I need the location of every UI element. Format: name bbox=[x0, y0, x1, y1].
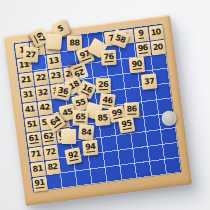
tile-number: 9 bbox=[138, 29, 144, 39]
loose-tile-27[interactable]: 27 bbox=[23, 47, 39, 63]
tile-number: 5 bbox=[57, 24, 65, 33]
tile-number: 55 bbox=[74, 98, 86, 108]
tile-51[interactable]: 51 bbox=[24, 116, 40, 132]
tile-number: 10 bbox=[150, 28, 161, 37]
tile-number: 37 bbox=[144, 77, 155, 86]
tile-number: 42 bbox=[39, 103, 50, 112]
tile-number: 96 bbox=[137, 44, 148, 55]
tile-number: 95 bbox=[121, 119, 133, 130]
tile-number: 94 bbox=[85, 143, 96, 153]
tile-number: 27 bbox=[26, 51, 36, 59]
tile-10[interactable]: 10 bbox=[148, 24, 164, 40]
tile-number: 21 bbox=[20, 75, 31, 84]
tile-number: 13 bbox=[48, 56, 59, 65]
tile-number: 76 bbox=[103, 53, 113, 63]
tile-number: 32 bbox=[37, 88, 48, 97]
tile-42[interactable]: 42 bbox=[37, 100, 53, 116]
loose-tile-facedown-2[interactable] bbox=[46, 34, 62, 50]
tile-number: 51 bbox=[26, 120, 37, 129]
loose-tile-36[interactable]: 36 bbox=[54, 83, 71, 100]
tile-number: 61 bbox=[28, 134, 39, 145]
tile-81[interactable]: 81 bbox=[30, 161, 46, 177]
tile-number: 86 bbox=[127, 105, 137, 115]
loose-tile-90[interactable]: 90 bbox=[129, 57, 145, 73]
tile-91[interactable]: 91 bbox=[32, 176, 48, 192]
tile-31[interactable]: 31 bbox=[20, 87, 36, 103]
loose-tile-26[interactable]: 26 bbox=[96, 78, 111, 93]
tile-number: 67 bbox=[33, 31, 46, 44]
tile-21[interactable]: 21 bbox=[18, 72, 34, 88]
tile-number: 64 bbox=[49, 115, 63, 129]
tile-number: 91 bbox=[34, 178, 45, 189]
tile-number: 58 bbox=[114, 33, 126, 44]
tile-number: 71 bbox=[30, 149, 41, 158]
tile-23[interactable]: 23 bbox=[48, 68, 64, 84]
tile-number: 90 bbox=[131, 60, 142, 70]
puzzle-board: 1237891011139620212223243132334142515253… bbox=[4, 15, 193, 206]
loose-tile-95[interactable]: 95 bbox=[118, 116, 135, 133]
loose-tile-37[interactable]: 37 bbox=[141, 73, 158, 90]
tile-71[interactable]: 71 bbox=[28, 146, 44, 162]
tile-number: 31 bbox=[22, 90, 33, 99]
tile-number: 85 bbox=[97, 114, 108, 123]
tile-96[interactable]: 96 bbox=[135, 41, 151, 57]
tile-number: 23 bbox=[50, 71, 61, 80]
tile-number: 41 bbox=[24, 105, 35, 114]
tile-number: 26 bbox=[98, 81, 108, 91]
tile-82[interactable]: 82 bbox=[45, 159, 61, 175]
wooden-frame: 1237891011139620212223243132334142515253… bbox=[4, 15, 193, 206]
tile-number: 84 bbox=[81, 128, 92, 137]
loose-tile-76[interactable]: 76 bbox=[101, 50, 117, 66]
tile-number: 45 bbox=[62, 107, 74, 117]
tile-13[interactable]: 13 bbox=[46, 53, 62, 69]
tile-20[interactable]: 20 bbox=[150, 39, 166, 55]
tile-61[interactable]: 61 bbox=[26, 131, 42, 147]
tile-number: 36 bbox=[57, 86, 69, 97]
tile-number: 65 bbox=[75, 113, 85, 123]
tile-number: 72 bbox=[45, 147, 56, 156]
tile-number: 22 bbox=[35, 73, 46, 82]
tile-number: 82 bbox=[47, 162, 58, 171]
cell-r10c10-empty bbox=[165, 158, 182, 175]
tile-number: 46 bbox=[102, 96, 113, 107]
loose-tile-84[interactable]: 84 bbox=[78, 124, 94, 140]
loose-tile-facedown-27[interactable] bbox=[61, 129, 76, 144]
tile-72[interactable]: 72 bbox=[43, 144, 59, 160]
tile-9[interactable]: 9 bbox=[133, 26, 149, 42]
loose-tile-92[interactable]: 92 bbox=[64, 147, 82, 165]
tile-41[interactable]: 41 bbox=[22, 102, 38, 118]
tile-number: 62 bbox=[43, 132, 54, 143]
tile-32[interactable]: 32 bbox=[35, 85, 51, 101]
tile-22[interactable]: 22 bbox=[33, 70, 49, 86]
tile-number: 81 bbox=[32, 164, 43, 173]
loose-tile-94[interactable]: 94 bbox=[82, 140, 98, 156]
photo-scene: 1237891011139620212223243132334142515253… bbox=[0, 0, 210, 210]
tile-number: 92 bbox=[67, 150, 79, 161]
tile-number: 88 bbox=[69, 39, 79, 47]
tile-number: 20 bbox=[152, 43, 163, 52]
